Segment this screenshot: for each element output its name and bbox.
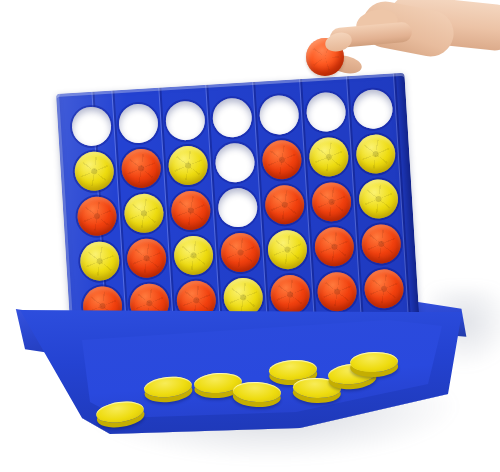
board-cell-r5c5 bbox=[265, 271, 315, 319]
board-cell-r3c2 bbox=[119, 189, 169, 237]
empty-hole bbox=[71, 106, 112, 147]
red-disc bbox=[126, 238, 167, 279]
board-cell-r4c4 bbox=[216, 229, 266, 277]
yellow-disc bbox=[123, 193, 164, 234]
board-cell-r2c7 bbox=[351, 130, 401, 178]
board-cell-r1c4 bbox=[207, 94, 257, 142]
board-cell-r2c3 bbox=[163, 142, 213, 190]
board-cell-r2c1 bbox=[69, 147, 119, 195]
empty-hole bbox=[214, 142, 255, 183]
red-disc bbox=[121, 148, 162, 189]
red-disc bbox=[361, 223, 402, 264]
board-cell-r4c7 bbox=[356, 220, 406, 268]
board-cell-r4c6 bbox=[310, 223, 360, 271]
red-disc bbox=[270, 274, 311, 315]
red-disc bbox=[264, 184, 305, 225]
empty-hole bbox=[217, 187, 258, 228]
empty-hole bbox=[259, 94, 300, 135]
yellow-disc bbox=[74, 151, 115, 192]
board-cell-r4c5 bbox=[263, 226, 313, 274]
board-cell-r3c1 bbox=[72, 192, 122, 240]
board-cell-r1c2 bbox=[114, 100, 164, 148]
board-cell-r1c7 bbox=[348, 85, 398, 133]
board-cell-r1c6 bbox=[301, 88, 351, 136]
board-cell-r4c3 bbox=[169, 232, 219, 280]
empty-hole bbox=[212, 97, 253, 138]
empty-hole bbox=[352, 89, 393, 130]
red-disc bbox=[363, 268, 404, 309]
red-disc bbox=[314, 226, 355, 267]
board-cell-r3c3 bbox=[166, 187, 216, 235]
board-cell-r3c5 bbox=[260, 181, 310, 229]
board-cell-r1c3 bbox=[161, 97, 211, 145]
connect-four-photo bbox=[0, 0, 500, 472]
red-disc bbox=[261, 139, 302, 180]
yellow-disc bbox=[167, 145, 208, 186]
board-cell-r1c1 bbox=[67, 102, 117, 150]
yellow-disc bbox=[173, 235, 214, 276]
red-disc bbox=[311, 181, 352, 222]
board-cell-r2c2 bbox=[116, 145, 166, 193]
yellow-disc bbox=[267, 229, 308, 270]
yellow-disc bbox=[355, 133, 396, 174]
red-disc bbox=[76, 196, 117, 237]
board-cell-r5c7 bbox=[359, 265, 409, 313]
board-cell-r2c4 bbox=[210, 139, 260, 187]
board-cell-r3c7 bbox=[354, 175, 404, 223]
red-disc bbox=[220, 232, 261, 273]
board-cell-r1c5 bbox=[254, 91, 304, 139]
yellow-disc bbox=[358, 178, 399, 219]
red-disc bbox=[316, 271, 357, 312]
board-cell-r4c2 bbox=[122, 234, 172, 282]
board-cell-r2c6 bbox=[304, 133, 354, 181]
board-cell-r3c4 bbox=[213, 184, 263, 232]
empty-hole bbox=[118, 103, 159, 144]
empty-hole bbox=[165, 100, 206, 141]
red-disc bbox=[170, 190, 211, 231]
board-cell-r4c1 bbox=[75, 237, 125, 285]
board-cell-r3c6 bbox=[307, 178, 357, 226]
board-cell-r2c5 bbox=[257, 136, 307, 184]
yellow-disc bbox=[308, 136, 349, 177]
yellow-disc bbox=[79, 240, 120, 281]
board-cell-r5c6 bbox=[312, 268, 362, 316]
empty-hole bbox=[305, 91, 346, 132]
